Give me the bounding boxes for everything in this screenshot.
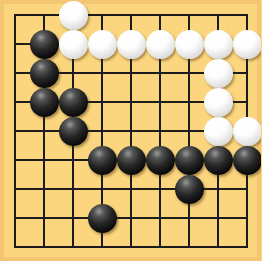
white-stone [233,30,262,59]
white-stone [146,30,175,59]
white-stone [175,30,204,59]
black-stone [30,88,59,117]
black-stone [88,146,117,175]
white-stone [117,30,146,59]
white-stone [59,30,88,59]
white-stone [204,88,233,117]
black-stone [30,59,59,88]
black-stone [175,175,204,204]
go-board[interactable] [0,0,261,261]
black-stone [88,204,117,233]
grid-line-horizontal [14,188,248,190]
black-stone [146,146,175,175]
black-stone [59,117,88,146]
white-stone [59,1,88,30]
white-stone [204,30,233,59]
black-stone [204,146,233,175]
black-stone [30,30,59,59]
black-stone [233,146,262,175]
grid-line-horizontal [14,246,248,248]
white-stone [88,30,117,59]
black-stone [117,146,146,175]
white-stone [204,117,233,146]
black-stone [59,88,88,117]
white-stone [233,117,262,146]
grid-line-horizontal [14,217,248,219]
black-stone [175,146,204,175]
white-stone [204,59,233,88]
